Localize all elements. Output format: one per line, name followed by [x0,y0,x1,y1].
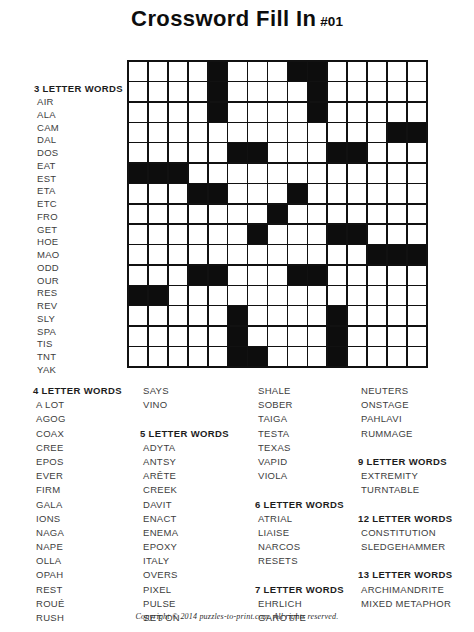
grid-cell[interactable] [189,82,207,101]
grid-cell[interactable] [328,266,346,285]
word-item: AIR [34,96,129,109]
title-text: Crossword Fill In [131,6,316,31]
spacer [140,412,252,426]
word-item: PAHLAVI [358,412,470,426]
word-item: DAVIT [140,498,252,512]
grid-cell[interactable] [288,164,306,183]
grid-cell[interactable] [169,82,187,101]
grid-cell [408,245,426,264]
grid-cell [189,266,207,285]
grid-cell[interactable] [209,123,227,142]
grid-cell[interactable] [348,286,366,305]
word-item: ITALY [140,554,252,568]
grid-cell[interactable] [368,347,386,366]
grid-cell [248,143,266,162]
grid-cell[interactable] [169,327,187,346]
grid-cell[interactable] [268,266,286,285]
grid-cell[interactable] [388,103,406,122]
grid-cell[interactable] [149,347,167,366]
grid-cell[interactable] [268,347,286,366]
grid-cell[interactable] [129,347,147,366]
word-item: DOS [34,147,129,160]
grid-cell[interactable] [328,62,346,81]
grid-cell [288,184,306,203]
grid-cell[interactable] [408,143,426,162]
grid-cell[interactable] [288,306,306,325]
grid-cell [209,266,227,285]
word-item: OUR [34,275,129,288]
grid-cell[interactable] [129,184,147,203]
grid-cell[interactable] [149,184,167,203]
grid-cell[interactable] [189,225,207,244]
grid-cell[interactable] [268,82,286,101]
grid-cell[interactable] [248,266,266,285]
grid-cell[interactable] [388,205,406,224]
grid-cell[interactable] [348,205,366,224]
word-item: ENACT [140,512,252,526]
grid-cell[interactable] [129,327,147,346]
grid-cell[interactable] [388,82,406,101]
grid-cell[interactable] [348,82,366,101]
word-item: CAM [34,122,129,135]
word-item: SHALE [255,384,367,398]
grid-cell[interactable] [308,225,326,244]
grid-cell[interactable] [268,123,286,142]
word-item: EXTREMITY [358,469,470,483]
grid-cell [368,245,386,264]
grid-cell[interactable] [368,123,386,142]
grid-cell[interactable] [189,123,207,142]
grid-cell[interactable] [288,82,306,101]
grid-cell [388,245,406,264]
grid-cell[interactable] [248,184,266,203]
grid-cell[interactable] [129,143,147,162]
grid-cell[interactable] [368,266,386,285]
word-item: ADYTA [140,441,252,455]
word-item: CREE [33,441,145,455]
word-item: VIOLA [255,469,367,483]
grid-cell[interactable] [308,164,326,183]
grid-cell [209,103,227,122]
grid-cell[interactable] [368,184,386,203]
crossword-grid [127,60,428,368]
grid-cell[interactable] [169,184,187,203]
grid-cell[interactable] [368,205,386,224]
word-column-4: NEUTERSONSTAGEPAHLAVIRUMMAGE9 LETTER WOR… [358,384,470,611]
grid-cell[interactable] [268,286,286,305]
word-item: ETC [34,198,129,211]
word-item: VINO [140,398,252,412]
title-number: #01 [320,14,343,29]
word-item: NAPE [33,540,145,554]
grid-cell[interactable] [348,123,366,142]
grid-cell [308,266,326,285]
spacer [255,568,367,582]
grid-cell[interactable] [248,103,266,122]
grid-cell[interactable] [169,143,187,162]
word-item: A LOT [33,398,145,412]
grid-cell[interactable] [209,164,227,183]
grid-cell[interactable] [368,62,386,81]
word-item: IONS [33,512,145,526]
grid-cell [308,82,326,101]
word-item: VAPID [255,455,367,469]
grid-cell[interactable] [408,205,426,224]
word-item: COAX [33,427,145,441]
grid-cell[interactable] [129,82,147,101]
grid-cell[interactable] [408,62,426,81]
grid-cell[interactable] [169,225,187,244]
grid-cell[interactable] [388,327,406,346]
grid-cell[interactable] [189,205,207,224]
grid-cell[interactable] [348,327,366,346]
spacer [358,554,470,568]
grid-cell[interactable] [209,245,227,264]
word-item: ODD [34,262,129,275]
grid-cell[interactable] [268,164,286,183]
word-item: CONSTITUTION [358,526,470,540]
grid-cell[interactable] [149,103,167,122]
grid-cell [348,143,366,162]
grid-cell[interactable] [189,327,207,346]
grid-cell [209,82,227,101]
grid-cell[interactable] [129,62,147,81]
grid-cell[interactable] [248,327,266,346]
grid-cell [328,143,346,162]
word-item: EVER [33,469,145,483]
word-item: TIS [34,338,129,351]
grid-cell[interactable] [129,306,147,325]
grid-cell[interactable] [129,205,147,224]
grid-cell[interactable] [149,143,167,162]
word-item: EPOS [33,455,145,469]
grid-cell[interactable] [228,62,246,81]
word-item: RESETS [255,554,367,568]
word-item: RUMMAGE [358,427,470,441]
grid-cell[interactable] [228,164,246,183]
word-item: ENEMA [140,526,252,540]
grid-cell[interactable] [268,306,286,325]
word-item: SLEDGEHAMMER [358,540,470,554]
word-item: ETA [34,185,129,198]
word-item: ALA [34,109,129,122]
grid-cell[interactable] [248,205,266,224]
grid-cell[interactable] [268,327,286,346]
grid-cell[interactable] [268,103,286,122]
grid-cell[interactable] [189,62,207,81]
grid-cell[interactable] [348,103,366,122]
word-item: NAGA [33,526,145,540]
list-header: 4 LETTER WORDS [33,384,145,398]
grid-cell[interactable] [228,205,246,224]
grid-cell[interactable] [308,245,326,264]
grid-cell[interactable] [189,103,207,122]
word-item: DAL [34,134,129,147]
grid-cell[interactable] [288,347,306,366]
grid-cell[interactable] [408,225,426,244]
word-item: MAO [34,249,129,262]
word-item: REST [33,583,145,597]
grid-cell[interactable] [348,245,366,264]
word-item: ARCHIMANDRITE [358,583,470,597]
grid-cell[interactable] [408,82,426,101]
grid-cell [228,347,246,366]
grid-cell[interactable] [348,266,366,285]
grid-cell[interactable] [209,225,227,244]
grid-cell[interactable] [368,82,386,101]
grid-cell[interactable] [149,62,167,81]
grid-cell[interactable] [149,245,167,264]
grid-cell[interactable] [169,266,187,285]
grid-cell [228,143,246,162]
grid-cell[interactable] [388,266,406,285]
grid-cell[interactable] [308,327,326,346]
grid-cell[interactable] [149,306,167,325]
grid-cell [209,62,227,81]
word-item: TAIGA [255,412,367,426]
grid-cell[interactable] [408,184,426,203]
grid-cell[interactable] [308,286,326,305]
grid-cell[interactable] [209,205,227,224]
grid-cell[interactable] [248,286,266,305]
grid-cell[interactable] [328,103,346,122]
grid-cell[interactable] [348,62,366,81]
grid-cell[interactable] [129,245,147,264]
grid-cell[interactable] [169,205,187,224]
word-item: OPAH [33,568,145,582]
grid-cell[interactable] [268,184,286,203]
grid-cell[interactable] [189,286,207,305]
grid-cell [328,306,346,325]
grid-cell[interactable] [308,184,326,203]
list-header: 9 LETTER WORDS [358,455,470,469]
grid-cell[interactable] [129,123,147,142]
grid-cell [149,286,167,305]
grid-cell[interactable] [288,245,306,264]
grid-cell[interactable] [149,266,167,285]
grid-cell[interactable] [368,225,386,244]
grid-cell[interactable] [348,164,366,183]
grid-cell[interactable] [169,347,187,366]
grid-cell[interactable] [408,327,426,346]
grid-cell[interactable] [189,164,207,183]
grid-cell[interactable] [228,286,246,305]
grid-cell[interactable] [228,103,246,122]
grid-cell [288,62,306,81]
grid-cell[interactable] [368,286,386,305]
grid-cell[interactable] [288,327,306,346]
grid-cell [268,205,286,224]
grid-cell[interactable] [368,103,386,122]
word-item: TEXAS [255,441,367,455]
grid-cell[interactable] [209,143,227,162]
grid-cell [189,184,207,203]
grid-cell[interactable] [169,286,187,305]
grid-cell[interactable] [388,184,406,203]
word-item: SOBER [255,398,367,412]
grid-cell [129,286,147,305]
grid-cell[interactable] [408,103,426,122]
grid-cell [308,62,326,81]
grid-cell[interactable] [308,347,326,366]
grid-cell[interactable] [149,123,167,142]
grid-cell[interactable] [408,286,426,305]
word-item: SLY [34,313,129,326]
grid-cell[interactable] [388,62,406,81]
grid-cell[interactable] [129,266,147,285]
word-item: ONSTAGE [358,398,470,412]
grid-cell[interactable] [228,123,246,142]
grid-cell [408,123,426,142]
grid-cell[interactable] [388,286,406,305]
grid-cell[interactable] [408,164,426,183]
grid-cell[interactable] [248,245,266,264]
grid-cell [308,103,326,122]
grid-cell[interactable] [288,205,306,224]
grid-cell[interactable] [288,103,306,122]
grid-cell [328,347,346,366]
grid-cell[interactable] [169,62,187,81]
grid-cell[interactable] [368,306,386,325]
grid-cell[interactable] [288,286,306,305]
word-item: GET [34,224,129,237]
grid-cell[interactable] [328,245,346,264]
spacer [358,498,470,512]
grid-cell[interactable] [308,306,326,325]
grid-cell[interactable] [209,327,227,346]
word-item: EST [34,173,129,186]
grid-cell[interactable] [129,103,147,122]
grid-cell[interactable] [228,266,246,285]
grid-cell[interactable] [209,306,227,325]
word-item: RES [34,287,129,300]
grid-cell[interactable] [149,327,167,346]
puzzle-page: { "page": { "title": "Crossword Fill In"… [0,0,474,632]
grid-cell[interactable] [408,347,426,366]
word-column-3: SHALESOBERTAIGATESTATEXASVAPIDVIOLA6 LET… [255,384,367,625]
grid-cell[interactable] [228,245,246,264]
grid-cell[interactable] [308,143,326,162]
list-header: 3 LETTER WORDS [34,82,129,95]
grid-cell[interactable] [388,306,406,325]
grid-cell[interactable] [308,205,326,224]
word-column-2: SAYSVINO5 LETTER WORDSADYTAANTSYARÊTECRE… [140,384,252,625]
grid-cell[interactable] [268,62,286,81]
grid-cell[interactable] [328,184,346,203]
grid-cell[interactable] [368,327,386,346]
word-item: SAYS [140,384,252,398]
word-item: GALA [33,498,145,512]
grid-cell[interactable] [189,306,207,325]
grid-cell[interactable] [288,123,306,142]
grid-cell[interactable] [348,184,366,203]
grid-cell[interactable] [268,245,286,264]
grid-cell [328,225,346,244]
word-item: OVERS [140,568,252,582]
grid-cell[interactable] [388,143,406,162]
grid-cell[interactable] [248,164,266,183]
grid-cell[interactable] [328,286,346,305]
grid-cell[interactable] [149,225,167,244]
grid-cell[interactable] [348,347,366,366]
word-item: PULSE [140,597,252,611]
grid-cell[interactable] [388,164,406,183]
grid-cell[interactable] [328,82,346,101]
grid-cell[interactable] [169,103,187,122]
grid-cell[interactable] [328,123,346,142]
grid-cell[interactable] [149,82,167,101]
word-item: AGOG [33,412,145,426]
word-item: ARÊTE [140,469,252,483]
grid-cell [328,327,346,346]
grid-cell[interactable] [248,123,266,142]
grid-cell[interactable] [388,347,406,366]
list-header: 7 LETTER WORDS [255,583,367,597]
grid-cell[interactable] [169,123,187,142]
grid-cell[interactable] [288,225,306,244]
grid-cell[interactable] [228,225,246,244]
word-item: LIAISE [255,526,367,540]
word-item: OLLA [33,554,145,568]
grid-cell[interactable] [209,347,227,366]
grid-cell[interactable] [248,82,266,101]
grid-cell[interactable] [169,306,187,325]
grid-cell[interactable] [228,184,246,203]
grid-cell[interactable] [388,225,406,244]
three-letter-words-list: AIRALACAMDALDOSEATESTETAETCFROGETHOEMAOO… [34,96,129,377]
grid-cell[interactable] [268,143,286,162]
grid-cell[interactable] [308,123,326,142]
grid-cell[interactable] [189,347,207,366]
grid-cell[interactable] [368,143,386,162]
word-item: HOE [34,236,129,249]
word-item: TESTA [255,427,367,441]
grid-cell[interactable] [169,245,187,264]
grid-cell[interactable] [328,164,346,183]
word-column-1: 4 LETTER WORDSA LOTAGOGCOAXCREEEPOSEVERF… [33,384,145,625]
grid-cell[interactable] [189,143,207,162]
spacer [358,441,470,455]
list-header: 5 LETTER WORDS [140,427,252,441]
grid-cell[interactable] [368,164,386,183]
word-item: CREEK [140,483,252,497]
word-item: MIXED METAPHOR [358,597,470,611]
grid-cell[interactable] [228,82,246,101]
grid-cell[interactable] [248,306,266,325]
grid-cell[interactable] [149,205,167,224]
grid-cell [388,123,406,142]
word-item: TNT [34,351,129,364]
word-item: EHRLICH [255,597,367,611]
grid-cell[interactable] [348,306,366,325]
grid-cell[interactable] [189,245,207,264]
grid-cell[interactable] [328,205,346,224]
grid-cell[interactable] [248,62,266,81]
page-title: Crossword Fill In#01 [0,6,474,32]
word-item: ATRIAL [255,512,367,526]
grid-cell[interactable] [129,225,147,244]
grid-cell[interactable] [209,286,227,305]
list-header: 13 LETTER WORDS [358,568,470,582]
grid-cell [228,306,246,325]
word-item: NARCOS [255,540,367,554]
grid-cell[interactable] [408,306,426,325]
grid-cell[interactable] [268,225,286,244]
grid-cell[interactable] [408,266,426,285]
word-item: PIXEL [140,583,252,597]
grid-cell [209,184,227,203]
grid-cell[interactable] [288,143,306,162]
